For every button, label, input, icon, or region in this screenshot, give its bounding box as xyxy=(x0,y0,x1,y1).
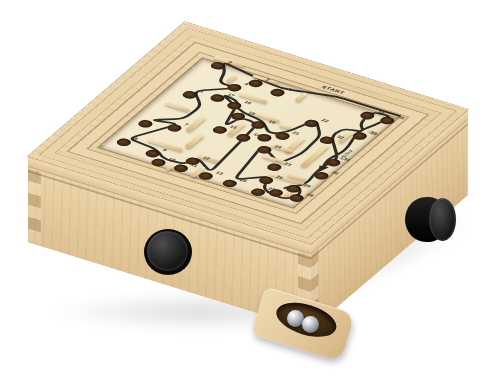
hole-number: 34 xyxy=(376,110,386,115)
hole-number: 5 xyxy=(198,90,204,94)
trap-hole-8 xyxy=(114,137,133,147)
trap-hole-10 xyxy=(149,158,168,168)
trap-hole-4 xyxy=(225,83,244,93)
maze-wall xyxy=(261,154,286,163)
hole-number: 8 xyxy=(132,137,138,141)
hole-number: 22 xyxy=(320,118,330,123)
maze-wall xyxy=(278,124,293,130)
front-tilt-knob[interactable] xyxy=(147,231,188,271)
finger-joints xyxy=(28,168,41,244)
hole-number: 21 xyxy=(291,131,301,136)
hole-number: 19 xyxy=(267,120,277,125)
right-tilt-knob[interactable] xyxy=(429,198,456,241)
trap-hole-3 xyxy=(208,61,227,71)
hole-number: 28 xyxy=(305,193,315,198)
trap-hole-5 xyxy=(180,90,199,100)
maze-wall xyxy=(225,74,238,82)
trap-hole-1 xyxy=(268,88,287,98)
hole-number: 33 xyxy=(368,131,378,136)
trap-hole-27 xyxy=(248,187,267,197)
trap-hole-16 xyxy=(225,101,244,111)
trap-hole-25 xyxy=(220,179,239,189)
hole-number: 16 xyxy=(243,100,253,105)
hole-number: 25 xyxy=(238,178,248,183)
hole-number: 10 xyxy=(167,157,177,162)
trap-hole-6 xyxy=(136,119,155,129)
trap-hole-9 xyxy=(143,149,162,159)
hole-number: 17 xyxy=(226,93,236,98)
trap-hole-32 xyxy=(317,135,336,145)
maze-wall xyxy=(294,92,308,101)
trap-hole-18 xyxy=(228,111,247,121)
trap-hole-12 xyxy=(183,156,202,166)
trap-hole-26 xyxy=(256,175,275,185)
hole-number: 1 xyxy=(286,87,292,91)
trap-hole-7 xyxy=(165,123,184,133)
trap-hole-36 xyxy=(312,171,331,181)
trap-hole-17 xyxy=(208,93,227,103)
maze-wall xyxy=(184,133,205,148)
labyrinth-game-photo: 1234567891011121314151617181920212223242… xyxy=(0,0,500,381)
hole-number: 29 xyxy=(302,184,312,189)
hole-number: 13 xyxy=(214,171,224,176)
trap-hole-35 xyxy=(378,116,397,126)
hole-number: 35 xyxy=(396,115,406,120)
maze-wall xyxy=(164,102,191,112)
trap-hole-19 xyxy=(249,120,268,130)
hole-number: 9 xyxy=(161,148,167,152)
trap-hole-14 xyxy=(234,133,253,143)
trap-hole-34 xyxy=(358,111,377,121)
hole-number: 4 xyxy=(243,82,249,86)
trap-hole-22 xyxy=(302,119,321,129)
trap-hole-23 xyxy=(265,162,284,172)
hole-number: 6 xyxy=(154,119,160,123)
hole-number: 23 xyxy=(283,162,293,167)
hole-number: 36 xyxy=(330,171,340,176)
